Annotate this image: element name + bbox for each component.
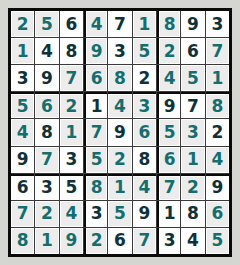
sudoku-cell[interactable]: 1 bbox=[60, 119, 83, 145]
sudoku-cell[interactable]: 8 bbox=[133, 147, 156, 173]
sudoku-cell[interactable]: 8 bbox=[157, 11, 180, 37]
sudoku-cell[interactable]: 3 bbox=[11, 65, 34, 91]
sudoku-cell[interactable]: 2 bbox=[133, 65, 156, 91]
sudoku-cell[interactable]: 2 bbox=[181, 174, 204, 200]
sudoku-cell[interactable]: 6 bbox=[206, 201, 229, 227]
sudoku-cell[interactable]: 7 bbox=[157, 174, 180, 200]
sudoku-cell[interactable]: 9 bbox=[11, 147, 34, 173]
sudoku-cell[interactable]: 4 bbox=[157, 65, 180, 91]
sudoku-cell[interactable]: 8 bbox=[206, 92, 229, 118]
sudoku-board: 2564718931489352673976824515621439784817… bbox=[8, 8, 232, 257]
sudoku-cell[interactable]: 4 bbox=[206, 147, 229, 173]
sudoku-cell[interactable]: 8 bbox=[11, 228, 34, 254]
sudoku-cell[interactable]: 1 bbox=[157, 201, 180, 227]
sudoku-cell[interactable]: 5 bbox=[133, 38, 156, 64]
sudoku-cell[interactable]: 2 bbox=[157, 38, 180, 64]
sudoku-cell[interactable]: 6 bbox=[84, 65, 107, 91]
sudoku-cell[interactable]: 4 bbox=[60, 201, 83, 227]
sudoku-cell[interactable]: 1 bbox=[133, 11, 156, 37]
sudoku-cell[interactable]: 6 bbox=[157, 147, 180, 173]
sudoku-cell[interactable]: 8 bbox=[84, 174, 107, 200]
sudoku-cell[interactable]: 6 bbox=[108, 228, 131, 254]
sudoku-cell[interactable]: 3 bbox=[157, 228, 180, 254]
sudoku-cell[interactable]: 2 bbox=[206, 119, 229, 145]
sudoku-cell[interactable]: 7 bbox=[133, 228, 156, 254]
sudoku-cell[interactable]: 2 bbox=[84, 228, 107, 254]
sudoku-cell[interactable]: 3 bbox=[181, 119, 204, 145]
sudoku-cell[interactable]: 5 bbox=[84, 147, 107, 173]
sudoku-cell[interactable]: 9 bbox=[35, 65, 58, 91]
sudoku-cell[interactable]: 1 bbox=[206, 65, 229, 91]
sudoku-cell[interactable]: 6 bbox=[35, 92, 58, 118]
sudoku-cell[interactable]: 3 bbox=[108, 38, 131, 64]
sudoku-cell[interactable]: 7 bbox=[206, 38, 229, 64]
sudoku-cell[interactable]: 5 bbox=[206, 228, 229, 254]
sudoku-cell[interactable]: 1 bbox=[181, 147, 204, 173]
sudoku-cell[interactable]: 4 bbox=[133, 174, 156, 200]
sudoku-cell[interactable]: 8 bbox=[181, 201, 204, 227]
sudoku-cell[interactable]: 4 bbox=[108, 92, 131, 118]
sudoku-cell[interactable]: 1 bbox=[11, 38, 34, 64]
sudoku-cell[interactable]: 7 bbox=[35, 147, 58, 173]
sudoku-cell[interactable]: 8 bbox=[108, 65, 131, 91]
sudoku-cell[interactable]: 9 bbox=[181, 11, 204, 37]
sudoku-app-frame: 2564718931489352673976824515621439784817… bbox=[0, 0, 240, 265]
sudoku-cell[interactable]: 5 bbox=[108, 201, 131, 227]
sudoku-cell[interactable]: 6 bbox=[60, 11, 83, 37]
sudoku-cell[interactable]: 7 bbox=[11, 201, 34, 227]
sudoku-cell[interactable]: 7 bbox=[181, 92, 204, 118]
sudoku-cell[interactable]: 7 bbox=[60, 65, 83, 91]
sudoku-cell[interactable]: 3 bbox=[84, 201, 107, 227]
sudoku-cell[interactable]: 6 bbox=[11, 174, 34, 200]
sudoku-cell[interactable]: 3 bbox=[133, 92, 156, 118]
sudoku-cell[interactable]: 8 bbox=[35, 119, 58, 145]
sudoku-cell[interactable]: 6 bbox=[181, 38, 204, 64]
sudoku-cell[interactable]: 2 bbox=[60, 92, 83, 118]
sudoku-cell[interactable]: 1 bbox=[108, 174, 131, 200]
sudoku-cell[interactable]: 4 bbox=[11, 119, 34, 145]
sudoku-cell[interactable]: 9 bbox=[157, 92, 180, 118]
sudoku-cell[interactable]: 2 bbox=[108, 147, 131, 173]
sudoku-cell[interactable]: 3 bbox=[35, 174, 58, 200]
sudoku-cell[interactable]: 9 bbox=[108, 119, 131, 145]
sudoku-cell[interactable]: 7 bbox=[108, 11, 131, 37]
sudoku-cell[interactable]: 5 bbox=[60, 174, 83, 200]
sudoku-cell[interactable]: 4 bbox=[84, 11, 107, 37]
sudoku-cell[interactable]: 2 bbox=[35, 201, 58, 227]
sudoku-cell[interactable]: 6 bbox=[133, 119, 156, 145]
sudoku-cell[interactable]: 9 bbox=[60, 228, 83, 254]
sudoku-cell[interactable]: 7 bbox=[84, 119, 107, 145]
sudoku-cell[interactable]: 4 bbox=[181, 228, 204, 254]
sudoku-cell[interactable]: 8 bbox=[60, 38, 83, 64]
sudoku-cell[interactable]: 5 bbox=[35, 11, 58, 37]
sudoku-cell[interactable]: 5 bbox=[11, 92, 34, 118]
sudoku-cell[interactable]: 5 bbox=[181, 65, 204, 91]
sudoku-cell[interactable]: 2 bbox=[11, 11, 34, 37]
sudoku-cell[interactable]: 9 bbox=[206, 174, 229, 200]
sudoku-cell[interactable]: 5 bbox=[157, 119, 180, 145]
sudoku-cell[interactable]: 4 bbox=[35, 38, 58, 64]
sudoku-cell[interactable]: 3 bbox=[206, 11, 229, 37]
sudoku-cell[interactable]: 9 bbox=[133, 201, 156, 227]
sudoku-cell[interactable]: 1 bbox=[35, 228, 58, 254]
sudoku-cell[interactable]: 9 bbox=[84, 38, 107, 64]
sudoku-cell[interactable]: 1 bbox=[84, 92, 107, 118]
sudoku-cell[interactable]: 3 bbox=[60, 147, 83, 173]
